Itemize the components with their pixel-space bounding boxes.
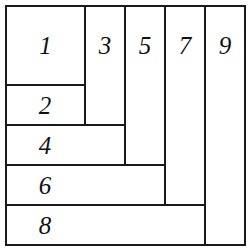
region-8: 8 — [7, 206, 204, 244]
region-3-label: 3 — [99, 7, 112, 83]
region-7: 7 — [166, 7, 204, 204]
region-6-label: 6 — [7, 173, 83, 198]
region-2: 2 — [7, 86, 84, 124]
region-1-label: 1 — [39, 33, 52, 58]
region-4: 4 — [7, 126, 124, 164]
region-4-label: 4 — [7, 133, 83, 158]
region-5-label: 5 — [139, 7, 152, 83]
region-9-label: 9 — [219, 7, 232, 83]
region-7-label: 7 — [179, 7, 192, 83]
region-1: 1 — [7, 7, 84, 84]
region-3: 3 — [86, 7, 124, 124]
region-5: 5 — [126, 7, 164, 164]
region-2-label: 2 — [7, 93, 83, 118]
dissected-square-board: 1 2 3 4 5 6 7 8 9 — [5, 5, 246, 246]
region-6: 6 — [7, 166, 164, 204]
region-9: 9 — [206, 7, 244, 244]
figure-canvas: 1 2 3 4 5 6 7 8 9 — [0, 0, 250, 251]
region-8-label: 8 — [7, 213, 83, 238]
